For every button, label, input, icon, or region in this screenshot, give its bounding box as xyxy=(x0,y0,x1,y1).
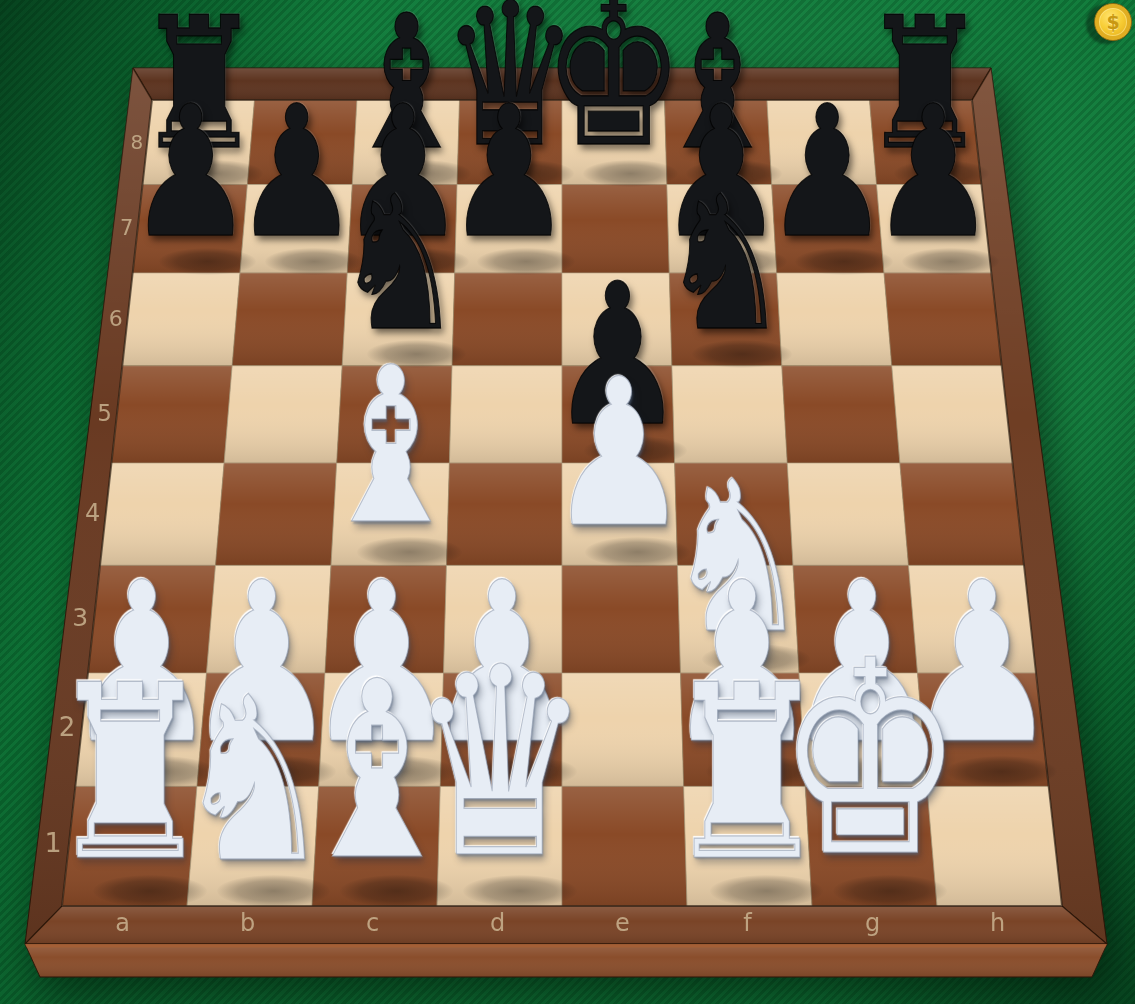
file-label-e: e xyxy=(615,909,630,937)
frame-front-face xyxy=(25,944,1107,977)
square-a6[interactable] xyxy=(122,273,240,366)
piece-white-king-g1[interactable]: ♚ xyxy=(776,626,964,894)
file-label-f: f xyxy=(743,909,752,937)
square-h5[interactable] xyxy=(892,366,1013,463)
file-label-b: b xyxy=(240,909,255,937)
rank-label-4: 4 xyxy=(85,499,100,527)
piece-black-pawn-d7[interactable]: ♟ xyxy=(446,83,573,264)
file-label-a: a xyxy=(115,909,130,937)
frame-front-highlight xyxy=(25,944,1107,948)
coin-icon: $ xyxy=(1094,3,1132,41)
piece-black-pawn-h7[interactable]: ♟ xyxy=(870,83,997,264)
game-scene: 87654321abcdefgh ♜♝♛♚♝♜♟♟♟♟♟♟♟♞♞♟♝♟♞♟♟♟♟… xyxy=(0,0,1135,1004)
piece-white-queen-d1[interactable]: ♛ xyxy=(409,633,592,895)
piece-white-bishop-c4[interactable]: ♝ xyxy=(315,340,466,556)
rank-label-6: 6 xyxy=(109,306,123,331)
square-h6[interactable] xyxy=(884,273,1002,366)
square-d6[interactable] xyxy=(452,273,562,366)
rank-label-5: 5 xyxy=(97,400,112,426)
square-g6[interactable] xyxy=(777,273,892,366)
coins-button[interactable]: $ xyxy=(1092,2,1134,44)
square-a5[interactable] xyxy=(112,366,233,463)
coin-symbol-label: $ xyxy=(1106,11,1119,33)
file-label-h: h xyxy=(990,909,1005,937)
